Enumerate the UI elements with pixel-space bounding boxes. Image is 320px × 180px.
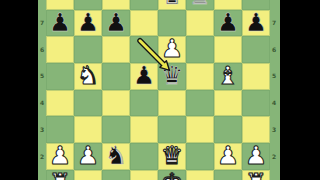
square-b5: ♞ <box>74 63 102 90</box>
white-knight-icon: ♞ <box>77 63 99 88</box>
square-c4 <box>102 90 130 117</box>
black-queen-icon: ♛ <box>161 63 183 88</box>
square-f8: ♜ <box>186 0 214 10</box>
chess-board: ♚♜♟♟♟♟♟♟♞♟♛♝♟♟♞♛♟♟♜♚♜ <box>46 0 270 180</box>
square-e5: ♛ <box>158 63 186 90</box>
chess-diagram-frame: ♚♜♟♟♟♟♟♟♞♟♛♝♟♟♞♛♟♟♜♚♜ 8877665544332211 <box>0 0 320 180</box>
rank-label-2: 2 <box>272 154 276 160</box>
square-b4 <box>74 90 102 117</box>
rank-label-4: 4 <box>272 100 276 106</box>
rank-label-7: 7 <box>272 20 276 26</box>
letterbox-right <box>280 0 320 180</box>
rank-label-6: 6 <box>272 47 276 53</box>
black-pawn-icon: ♟ <box>77 10 99 35</box>
square-g5: ♝ <box>214 63 242 90</box>
square-c6 <box>102 36 130 63</box>
black-pawn-icon: ♟ <box>133 63 155 88</box>
square-e8: ♚ <box>158 0 186 10</box>
square-d7 <box>130 10 158 37</box>
square-g7: ♟ <box>214 10 242 37</box>
square-a6 <box>46 36 74 63</box>
square-e2: ♛ <box>158 143 186 170</box>
square-a7: ♟ <box>46 10 74 37</box>
square-f7 <box>186 10 214 37</box>
square-g4 <box>214 90 242 117</box>
square-a1: ♜ <box>46 170 74 180</box>
square-f5 <box>186 63 214 90</box>
square-d1 <box>130 170 158 180</box>
square-a2: ♟ <box>46 143 74 170</box>
board-frame: ♚♜♟♟♟♟♟♟♞♟♛♝♟♟♞♛♟♟♜♚♜ 8877665544332211 <box>38 0 280 180</box>
black-knight-icon: ♞ <box>105 143 127 168</box>
square-h1: ♜ <box>242 170 270 180</box>
square-e3 <box>158 116 186 143</box>
square-d5: ♟ <box>130 63 158 90</box>
square-e6: ♟ <box>158 36 186 63</box>
square-h3 <box>242 116 270 143</box>
white-pawn-icon: ♟ <box>49 143 71 168</box>
square-f3 <box>186 116 214 143</box>
square-b7: ♟ <box>74 10 102 37</box>
square-h2: ♟ <box>242 143 270 170</box>
black-king-icon: ♚ <box>161 0 183 8</box>
square-d2 <box>130 143 158 170</box>
white-bishop-icon: ♝ <box>217 63 239 88</box>
rank-label-5: 5 <box>272 73 276 79</box>
square-h4 <box>242 90 270 117</box>
white-pawn-icon: ♟ <box>217 143 239 168</box>
white-king-icon: ♚ <box>161 170 183 180</box>
white-pawn-icon: ♟ <box>161 36 183 61</box>
black-pawn-icon: ♟ <box>105 10 127 35</box>
square-a5 <box>46 63 74 90</box>
black-pawn-icon: ♟ <box>245 10 267 35</box>
white-rook-icon: ♜ <box>245 170 267 180</box>
square-c2: ♞ <box>102 143 130 170</box>
square-b6 <box>74 36 102 63</box>
square-c3 <box>102 116 130 143</box>
rank-label-5: 5 <box>40 73 44 79</box>
square-c5 <box>102 63 130 90</box>
square-a4 <box>46 90 74 117</box>
square-d8 <box>130 0 158 10</box>
white-pawn-icon: ♟ <box>245 143 267 168</box>
rank-label-2: 2 <box>40 154 44 160</box>
rank-label-7: 7 <box>40 20 44 26</box>
square-d4 <box>130 90 158 117</box>
square-c7: ♟ <box>102 10 130 37</box>
square-f2 <box>186 143 214 170</box>
rank-label-3: 3 <box>272 127 276 133</box>
rank-label-6: 6 <box>40 47 44 53</box>
square-f6 <box>186 36 214 63</box>
square-g3 <box>214 116 242 143</box>
square-g1 <box>214 170 242 180</box>
square-d3 <box>130 116 158 143</box>
square-e7 <box>158 10 186 37</box>
square-e4 <box>158 90 186 117</box>
square-b1 <box>74 170 102 180</box>
black-rook-icon: ♜ <box>189 0 211 8</box>
rank-label-3: 3 <box>40 127 44 133</box>
black-pawn-icon: ♟ <box>217 10 239 35</box>
black-pawn-icon: ♟ <box>49 10 71 35</box>
square-h7: ♟ <box>242 10 270 37</box>
square-f4 <box>186 90 214 117</box>
square-d6 <box>130 36 158 63</box>
white-queen-icon: ♛ <box>161 143 183 168</box>
square-g6 <box>214 36 242 63</box>
square-f1 <box>186 170 214 180</box>
square-a3 <box>46 116 74 143</box>
rank-label-4: 4 <box>40 100 44 106</box>
white-pawn-icon: ♟ <box>77 143 99 168</box>
square-e1: ♚ <box>158 170 186 180</box>
letterbox-left <box>0 0 38 180</box>
square-b3 <box>74 116 102 143</box>
square-b2: ♟ <box>74 143 102 170</box>
square-g2: ♟ <box>214 143 242 170</box>
square-c1 <box>102 170 130 180</box>
square-h6 <box>242 36 270 63</box>
white-rook-icon: ♜ <box>49 170 71 180</box>
square-h5 <box>242 63 270 90</box>
